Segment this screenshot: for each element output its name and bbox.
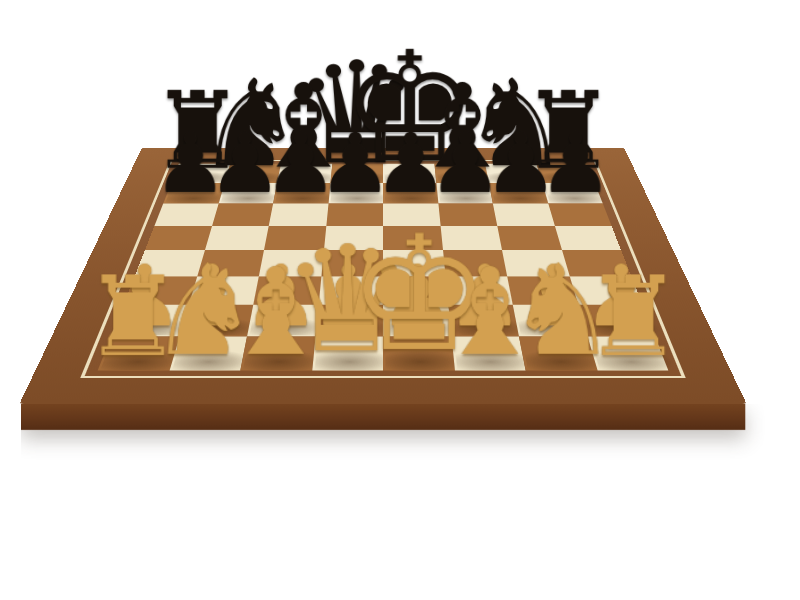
board-frame: ♜♞♝♛♚♝♞♜♟♟♟♟♟♟♟♟♟♟♟♟♟♟♟♟♜♞♝♛♚♝♞♜ <box>20 148 747 404</box>
board-inlay-line: ♜♞♝♛♚♝♞♜♟♟♟♟♟♟♟♟♟♟♟♟♟♟♟♟♜♞♝♛♚♝♞♜ <box>80 160 686 378</box>
chess-board-3d: ♜♞♝♛♚♝♞♜♟♟♟♟♟♟♟♟♟♟♟♟♟♟♟♟♜♞♝♛♚♝♞♜ <box>20 148 747 404</box>
board-front-edge <box>21 404 745 430</box>
piece-black-pawn-h7[interactable]: ♟ <box>539 122 613 205</box>
square-h7[interactable]: ♟ <box>542 183 603 204</box>
square-h1[interactable]: ♜ <box>587 336 668 370</box>
square-h6[interactable] <box>548 204 612 226</box>
chess-board: ♜♞♝♛♚♝♞♜♟♟♟♟♟♟♟♟♟♟♟♟♟♟♟♟♜♞♝♛♚♝♞♜ <box>98 164 669 371</box>
square-g6[interactable] <box>493 204 555 226</box>
piece-white-rook-h1[interactable]: ♜ <box>584 262 683 373</box>
square-b6[interactable] <box>212 204 274 226</box>
chess-set-photo: ♜♞♝♛♚♝♞♜♟♟♟♟♟♟♟♟♟♟♟♟♟♟♟♟♜♞♝♛♚♝♞♜ <box>0 0 800 600</box>
square-a6[interactable] <box>154 204 218 226</box>
